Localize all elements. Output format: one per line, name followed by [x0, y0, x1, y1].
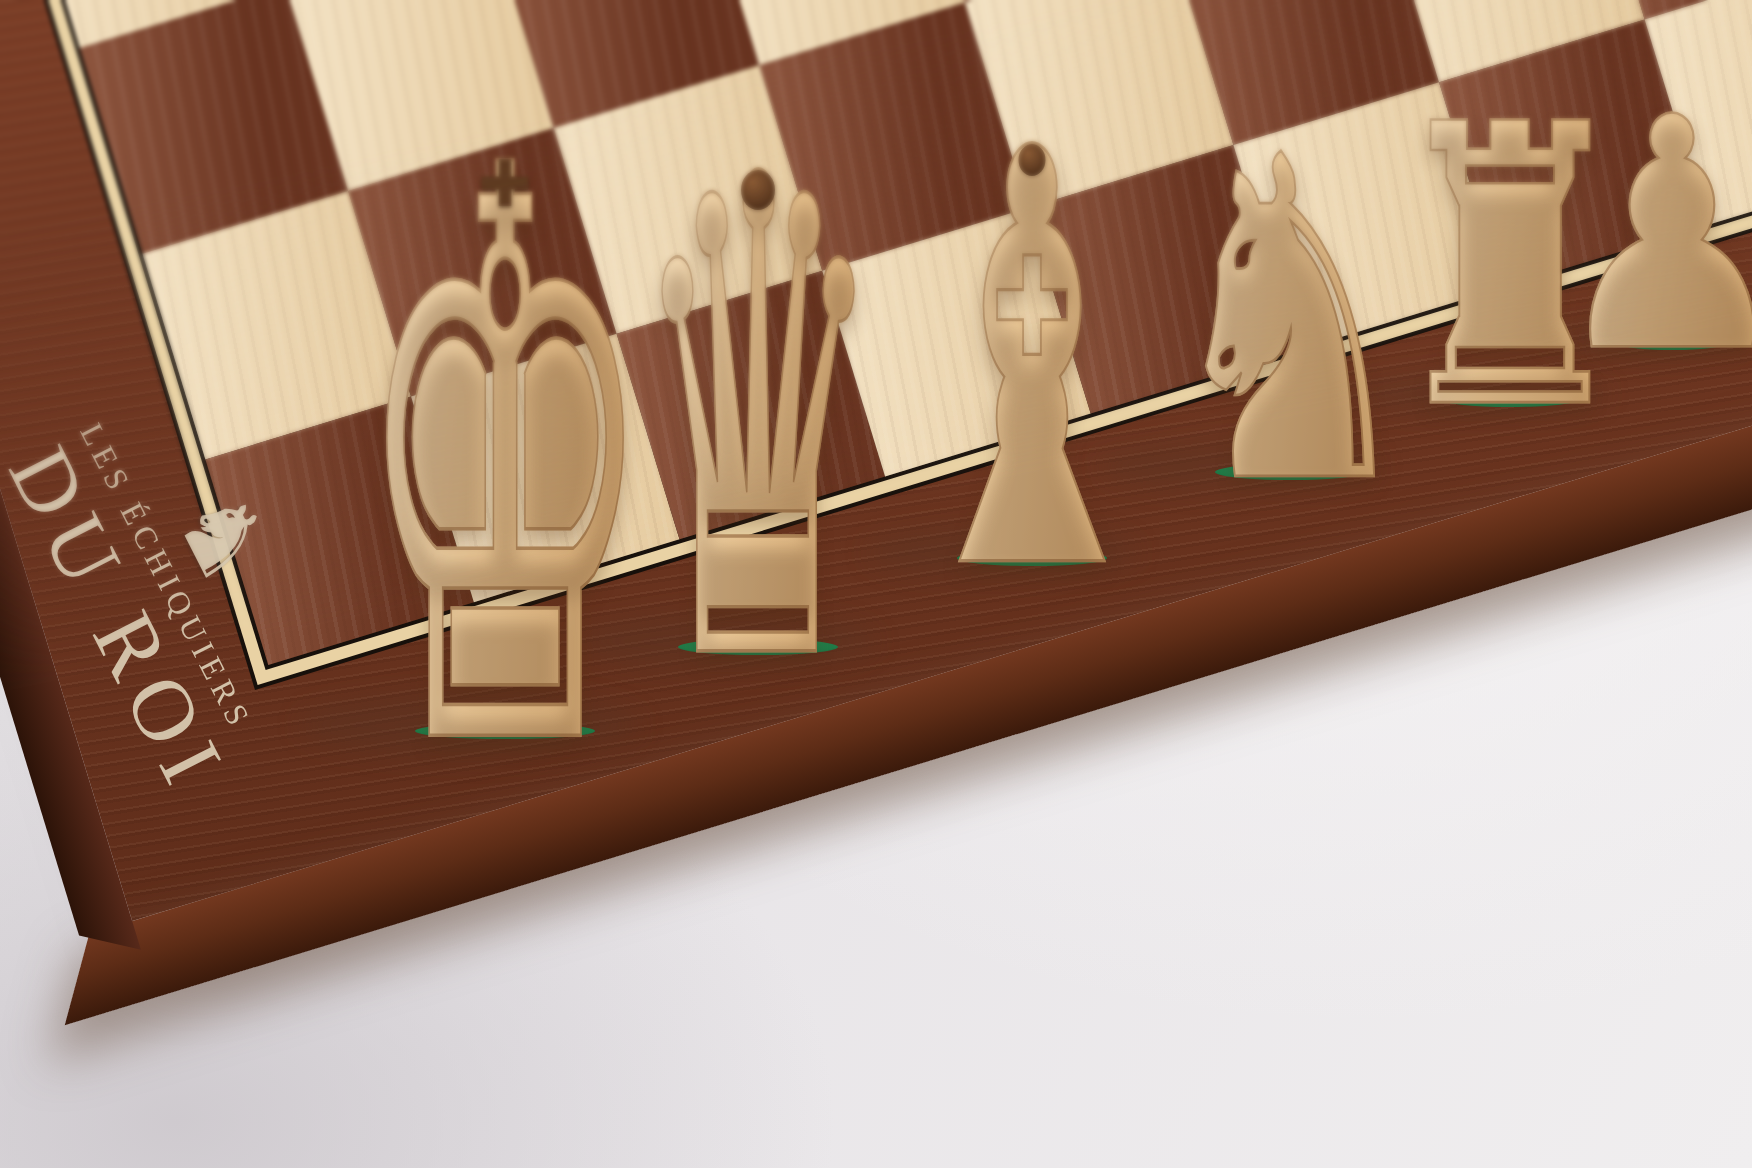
piece-white-knight: ♞ [1158, 99, 1421, 545]
bishop-ball-finial [1019, 144, 1046, 176]
piece-white-pawn: ♟ [1550, 75, 1752, 395]
king-cross-finial: ✚ [478, 152, 532, 216]
queen-ball-finial [741, 170, 775, 210]
scene: ♞ LES ÉCHIQUIERS DU ROI ♚ ♛ ♝ ♞ ♜ ♟ ✚ [0, 0, 1752, 1168]
